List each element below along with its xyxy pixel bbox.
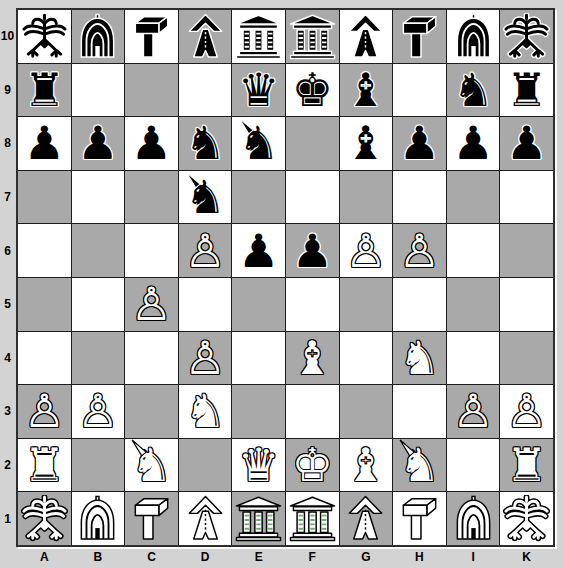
square-k3[interactable]: ♙: [500, 385, 553, 438]
white-pawn-glyph: ♙: [345, 228, 386, 274]
square-f5[interactable]: [286, 278, 339, 331]
square-i7[interactable]: [447, 171, 500, 224]
black-pawn[interactable]: ♟: [393, 117, 446, 170]
square-k2[interactable]: ♜: [500, 439, 553, 492]
white-pawn-glyph: ♙: [184, 228, 225, 274]
square-h1[interactable]: [393, 492, 446, 545]
square-e1[interactable]: [232, 492, 285, 545]
square-c5[interactable]: ♙: [125, 278, 178, 331]
black-pawn[interactable]: ♟: [72, 117, 125, 170]
square-f1[interactable]: [286, 492, 339, 545]
square-f9[interactable]: ♚: [286, 64, 339, 117]
square-h5[interactable]: [393, 278, 446, 331]
white-knight-glyph: ♞: [184, 388, 225, 434]
square-h10[interactable]: [393, 10, 446, 63]
file-label-k: K: [500, 548, 553, 566]
square-e8[interactable]: ♞: [232, 117, 285, 170]
square-b7[interactable]: [72, 171, 125, 224]
white-knight[interactable]: ♞: [393, 332, 446, 385]
white-pawn[interactable]: ♙: [500, 385, 553, 438]
white-rook-glyph: ♜: [506, 442, 547, 488]
square-b2[interactable]: [72, 439, 125, 492]
rank-labels: 10987654321: [0, 10, 15, 545]
black-dome[interactable]: [447, 10, 500, 63]
black-queen-glyph: ♛: [238, 67, 279, 113]
square-i3[interactable]: ♙: [447, 385, 500, 438]
file-label-g: G: [340, 548, 393, 566]
game-window: 10987654321 ♜♛♚♝♞♜♟♟♟♞♞♝♟♟♟♞♙♟♟♙♙♙♙♝♞♙♙♞…: [0, 0, 564, 568]
square-a8[interactable]: ♟: [18, 117, 71, 170]
white-bishop[interactable]: ♝: [340, 439, 393, 492]
rank-label-8: 8: [0, 117, 15, 170]
black-bishop-glyph: ♝: [345, 120, 386, 166]
square-d3[interactable]: ♞: [179, 385, 232, 438]
square-a5[interactable]: [18, 278, 71, 331]
square-f10[interactable]: [286, 10, 339, 63]
square-a6[interactable]: [18, 224, 71, 277]
black-temple[interactable]: [232, 10, 285, 63]
rank-label-4: 4: [0, 332, 15, 385]
file-label-d: D: [179, 548, 232, 566]
square-b9[interactable]: [72, 64, 125, 117]
square-i4[interactable]: [447, 332, 500, 385]
black-eagle[interactable]: [500, 10, 553, 63]
white-queen[interactable]: ♛: [232, 439, 285, 492]
square-g7[interactable]: [340, 171, 393, 224]
black-knight-glyph: ♞: [452, 67, 493, 113]
rank-label-3: 3: [0, 385, 15, 438]
white-pawn[interactable]: ♙: [447, 385, 500, 438]
square-g10[interactable]: [340, 10, 393, 63]
square-h3[interactable]: [393, 385, 446, 438]
square-a1[interactable]: [18, 492, 71, 545]
black-pawn[interactable]: ♟: [232, 224, 285, 277]
square-c8[interactable]: ♟: [125, 117, 178, 170]
square-e7[interactable]: [232, 171, 285, 224]
square-i5[interactable]: [447, 278, 500, 331]
white-arrow[interactable]: [179, 492, 232, 545]
white-hammer[interactable]: [125, 492, 178, 545]
square-i10[interactable]: [447, 10, 500, 63]
black-knight[interactable]: ♞: [447, 64, 500, 117]
square-k8[interactable]: ♟: [500, 117, 553, 170]
black-rook[interactable]: ♜: [18, 64, 71, 117]
white-pawn-glyph: ♙: [452, 388, 493, 434]
square-k10[interactable]: [500, 10, 553, 63]
square-d5[interactable]: [179, 278, 232, 331]
black-pawn-glyph: ♟: [238, 228, 279, 274]
square-c6[interactable]: [125, 224, 178, 277]
white-knight[interactable]: ♞: [179, 385, 232, 438]
square-c1[interactable]: [125, 492, 178, 545]
square-e9[interactable]: ♛: [232, 64, 285, 117]
black-arrow[interactable]: [179, 10, 232, 63]
black-pawn-glyph: ♟: [292, 228, 333, 274]
square-g4[interactable]: [340, 332, 393, 385]
square-b8[interactable]: ♟: [72, 117, 125, 170]
square-i1[interactable]: [447, 492, 500, 545]
white-pawn-glyph: ♙: [24, 388, 65, 434]
square-f7[interactable]: [286, 171, 339, 224]
square-g2[interactable]: ♝: [340, 439, 393, 492]
white-pawn[interactable]: ♙: [179, 332, 232, 385]
square-a9[interactable]: ♜: [18, 64, 71, 117]
square-i9[interactable]: ♞: [447, 64, 500, 117]
file-label-c: C: [125, 548, 178, 566]
square-k4[interactable]: [500, 332, 553, 385]
white-pawn-glyph: ♙: [131, 281, 172, 327]
square-k6[interactable]: [500, 224, 553, 277]
white-arrow[interactable]: [340, 492, 393, 545]
white-rook[interactable]: ♜: [500, 439, 553, 492]
black-bishop[interactable]: ♝: [340, 117, 393, 170]
white-eagle[interactable]: [18, 492, 71, 545]
square-d1[interactable]: [179, 492, 232, 545]
black-pawn-glyph: ♟: [131, 120, 172, 166]
square-g1[interactable]: [340, 492, 393, 545]
square-h2[interactable]: ♞: [393, 439, 446, 492]
square-k5[interactable]: [500, 278, 553, 331]
black-pawn[interactable]: ♟: [286, 224, 339, 277]
black-hammer[interactable]: [125, 10, 178, 63]
black-arrow[interactable]: [340, 10, 393, 63]
square-g9[interactable]: ♝: [340, 64, 393, 117]
square-a7[interactable]: [18, 171, 71, 224]
square-b3[interactable]: ♙: [72, 385, 125, 438]
file-labels: ABCDEFGHIK: [18, 548, 553, 566]
square-d6[interactable]: ♙: [179, 224, 232, 277]
black-pawn-glyph: ♟: [24, 120, 65, 166]
rank-label-2: 2: [0, 439, 15, 492]
square-c2[interactable]: ♞: [125, 439, 178, 492]
file-label-h: H: [393, 548, 446, 566]
square-a2[interactable]: ♜: [18, 439, 71, 492]
square-b1[interactable]: [72, 492, 125, 545]
square-g8[interactable]: ♝: [340, 117, 393, 170]
black-pawn-glyph: ♟: [399, 120, 440, 166]
white-pawn-glyph: ♙: [399, 228, 440, 274]
white-dome[interactable]: [447, 492, 500, 545]
black-queen[interactable]: ♛: [232, 64, 285, 117]
black-pawn[interactable]: ♟: [500, 117, 553, 170]
square-b5[interactable]: [72, 278, 125, 331]
white-pawn[interactable]: ♙: [125, 278, 178, 331]
black-pawn[interactable]: ♟: [447, 117, 500, 170]
square-c3[interactable]: [125, 385, 178, 438]
square-b10[interactable]: [72, 10, 125, 63]
white-pawn-glyph: ♙: [77, 388, 118, 434]
square-b6[interactable]: [72, 224, 125, 277]
square-i2[interactable]: [447, 439, 500, 492]
white-bishop-glyph: ♝: [292, 335, 333, 381]
white-knight-glyph: ♞: [399, 335, 440, 381]
white-bishop-glyph: ♝: [345, 442, 386, 488]
white-pawn[interactable]: ♙: [393, 224, 446, 277]
square-f3[interactable]: [286, 385, 339, 438]
square-f8[interactable]: [286, 117, 339, 170]
square-d8[interactable]: ♞: [179, 117, 232, 170]
square-f2[interactable]: ♚: [286, 439, 339, 492]
black-unicorn[interactable]: ♞: [232, 117, 285, 170]
square-d2[interactable]: [179, 439, 232, 492]
square-d10[interactable]: [179, 10, 232, 63]
black-bishop[interactable]: ♝: [340, 64, 393, 117]
square-k7[interactable]: [500, 171, 553, 224]
square-e4[interactable]: [232, 332, 285, 385]
square-i6[interactable]: [447, 224, 500, 277]
square-c10[interactable]: [125, 10, 178, 63]
square-f4[interactable]: ♝: [286, 332, 339, 385]
square-e6[interactable]: ♟: [232, 224, 285, 277]
black-rook-glyph: ♜: [506, 67, 547, 113]
square-e10[interactable]: [232, 10, 285, 63]
square-h7[interactable]: [393, 171, 446, 224]
black-rook-glyph: ♜: [24, 67, 65, 113]
black-eagle[interactable]: [18, 10, 71, 63]
board: ♜♛♚♝♞♜♟♟♟♞♞♝♟♟♟♞♙♟♟♙♙♙♙♝♞♙♙♞♙♙♜♞♛♚♝♞♜: [16, 8, 555, 547]
white-pawn[interactable]: ♙: [340, 224, 393, 277]
square-a10[interactable]: [18, 10, 71, 63]
rank-label-10: 10: [0, 10, 15, 63]
white-pawn-glyph: ♙: [184, 335, 225, 381]
file-label-f: F: [286, 548, 339, 566]
rank-label-9: 9: [0, 64, 15, 117]
rank-label-7: 7: [0, 171, 15, 224]
black-king-glyph: ♚: [292, 67, 333, 113]
square-e5[interactable]: [232, 278, 285, 331]
square-a4[interactable]: [18, 332, 71, 385]
square-k1[interactable]: [500, 492, 553, 545]
square-h9[interactable]: [393, 64, 446, 117]
square-c9[interactable]: [125, 64, 178, 117]
white-pawn[interactable]: ♙: [72, 385, 125, 438]
black-pawn-glyph: ♟: [506, 120, 547, 166]
white-king-glyph: ♚: [292, 442, 333, 488]
square-g6[interactable]: ♙: [340, 224, 393, 277]
white-pawn-glyph: ♙: [506, 388, 547, 434]
file-label-b: B: [72, 548, 125, 566]
file-label-i: I: [447, 548, 500, 566]
square-c4[interactable]: [125, 332, 178, 385]
file-label-a: A: [18, 548, 71, 566]
white-hammer[interactable]: [393, 492, 446, 545]
white-bishop[interactable]: ♝: [286, 332, 339, 385]
black-dome[interactable]: [72, 10, 125, 63]
black-pawn-glyph: ♟: [77, 120, 118, 166]
black-temple[interactable]: [286, 10, 339, 63]
square-c7[interactable]: [125, 171, 178, 224]
square-d9[interactable]: [179, 64, 232, 117]
white-dome[interactable]: [72, 492, 125, 545]
white-unicorn[interactable]: ♞: [125, 439, 178, 492]
black-unicorn[interactable]: ♞: [179, 171, 232, 224]
white-unicorn[interactable]: ♞: [393, 439, 446, 492]
square-i8[interactable]: ♟: [447, 117, 500, 170]
white-temple[interactable]: [232, 492, 285, 545]
square-f6[interactable]: ♟: [286, 224, 339, 277]
black-knight-glyph: ♞: [184, 120, 225, 166]
square-a3[interactable]: ♙: [18, 385, 71, 438]
square-e3[interactable]: [232, 385, 285, 438]
square-g3[interactable]: [340, 385, 393, 438]
black-pawn[interactable]: ♟: [18, 117, 71, 170]
white-pawn[interactable]: ♙: [179, 224, 232, 277]
black-rook[interactable]: ♜: [500, 64, 553, 117]
square-g5[interactable]: [340, 278, 393, 331]
white-rook-glyph: ♜: [24, 442, 65, 488]
black-pawn[interactable]: ♟: [125, 117, 178, 170]
black-hammer[interactable]: [393, 10, 446, 63]
white-king[interactable]: ♚: [286, 439, 339, 492]
square-h8[interactable]: ♟: [393, 117, 446, 170]
square-d4[interactable]: ♙: [179, 332, 232, 385]
white-eagle[interactable]: [500, 492, 553, 545]
rank-label-5: 5: [0, 278, 15, 331]
square-d7[interactable]: ♞: [179, 171, 232, 224]
square-h6[interactable]: ♙: [393, 224, 446, 277]
square-e2[interactable]: ♛: [232, 439, 285, 492]
black-pawn-glyph: ♟: [452, 120, 493, 166]
black-bishop-glyph: ♝: [345, 67, 386, 113]
square-h4[interactable]: ♞: [393, 332, 446, 385]
file-label-e: E: [232, 548, 285, 566]
black-knight[interactable]: ♞: [179, 117, 232, 170]
rank-label-6: 6: [0, 224, 15, 277]
square-b4[interactable]: [72, 332, 125, 385]
white-rook[interactable]: ♜: [18, 439, 71, 492]
white-queen-glyph: ♛: [238, 442, 279, 488]
square-k9[interactable]: ♜: [500, 64, 553, 117]
white-pawn[interactable]: ♙: [18, 385, 71, 438]
black-king[interactable]: ♚: [286, 64, 339, 117]
rank-label-1: 1: [0, 492, 15, 545]
white-temple[interactable]: [286, 492, 339, 545]
